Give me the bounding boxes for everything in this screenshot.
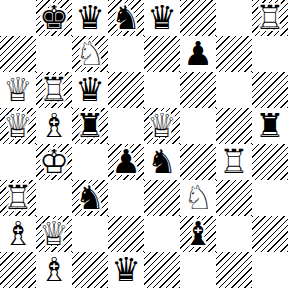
piece-outline-layer: ♖ — [216, 144, 252, 180]
piece-outline-layer: ♛ — [144, 0, 180, 36]
square-b7[interactable] — [36, 36, 72, 72]
square-a2[interactable]: ♝♗ — [0, 216, 36, 252]
piece-white-king[interactable]: ♚♔ — [36, 144, 72, 180]
square-a4[interactable] — [0, 144, 36, 180]
piece-outline-layer: ♞ — [108, 0, 144, 36]
square-d1[interactable]: ♛♛ — [108, 252, 144, 288]
square-h1[interactable] — [252, 252, 288, 288]
piece-black-queen[interactable]: ♛♛ — [108, 252, 144, 288]
square-d5[interactable] — [108, 108, 144, 144]
square-e1[interactable] — [144, 252, 180, 288]
piece-black-queen[interactable]: ♛♛ — [72, 0, 108, 36]
piece-white-rook[interactable]: ♜♖ — [36, 72, 72, 108]
square-b1[interactable]: ♝♗ — [36, 252, 72, 288]
piece-black-knight[interactable]: ♞♞ — [108, 0, 144, 36]
square-a6[interactable]: ♛♕ — [0, 72, 36, 108]
piece-white-rook[interactable]: ♜♖ — [252, 0, 288, 36]
square-c8[interactable]: ♛♛ — [72, 0, 108, 36]
square-a5[interactable]: ♛♕ — [0, 108, 36, 144]
square-d2[interactable] — [108, 216, 144, 252]
square-g5[interactable] — [216, 108, 252, 144]
square-f3[interactable]: ♞♘ — [180, 180, 216, 216]
piece-outline-layer: ♛ — [108, 252, 144, 288]
piece-outline-layer: ♗ — [36, 108, 72, 144]
square-g3[interactable] — [216, 180, 252, 216]
square-a8[interactable] — [0, 0, 36, 36]
piece-outline-layer: ♘ — [180, 180, 216, 216]
square-g4[interactable]: ♜♖ — [216, 144, 252, 180]
piece-outline-layer: ♜ — [72, 108, 108, 144]
square-f5[interactable] — [180, 108, 216, 144]
square-e8[interactable]: ♛♛ — [144, 0, 180, 36]
piece-white-knight[interactable]: ♞♘ — [72, 36, 108, 72]
square-g2[interactable] — [216, 216, 252, 252]
square-h2[interactable] — [252, 216, 288, 252]
piece-black-king[interactable]: ♚♚ — [36, 0, 72, 36]
square-b3[interactable] — [36, 180, 72, 216]
piece-outline-layer: ♗ — [36, 252, 72, 288]
piece-white-bishop[interactable]: ♝♗ — [0, 216, 36, 252]
piece-black-queen[interactable]: ♛♛ — [144, 0, 180, 36]
square-h8[interactable]: ♜♖ — [252, 0, 288, 36]
square-g1[interactable] — [216, 252, 252, 288]
square-b4[interactable]: ♚♔ — [36, 144, 72, 180]
square-f2[interactable]: ♝♝ — [180, 216, 216, 252]
piece-outline-layer: ♕ — [0, 72, 36, 108]
piece-outline-layer: ♖ — [36, 72, 72, 108]
piece-outline-layer: ♚ — [36, 0, 72, 36]
piece-white-queen[interactable]: ♛♕ — [0, 72, 36, 108]
chess-board: ♚♚♛♛♞♞♛♛♜♖♞♘♟♟♛♕♜♖♛♛♛♕♝♗♜♜♛♕♜♜♚♔♟♟♞♞♜♖♜♖… — [0, 0, 288, 288]
piece-black-pawn[interactable]: ♟♟ — [108, 144, 144, 180]
square-g8[interactable] — [216, 0, 252, 36]
piece-white-bishop[interactable]: ♝♗ — [36, 108, 72, 144]
square-b2[interactable]: ♛♕ — [36, 216, 72, 252]
piece-outline-layer: ♛ — [72, 0, 108, 36]
piece-outline-layer: ♕ — [0, 108, 36, 144]
square-h4[interactable] — [252, 144, 288, 180]
square-g6[interactable] — [216, 72, 252, 108]
piece-outline-layer: ♞ — [72, 180, 108, 216]
square-e3[interactable] — [144, 180, 180, 216]
piece-outline-layer: ♗ — [0, 216, 36, 252]
piece-outline-layer: ♞ — [144, 144, 180, 180]
square-a7[interactable] — [0, 36, 36, 72]
piece-outline-layer: ♔ — [36, 144, 72, 180]
piece-outline-layer: ♝ — [180, 216, 216, 252]
square-a3[interactable]: ♜♖ — [0, 180, 36, 216]
square-d3[interactable] — [108, 180, 144, 216]
piece-outline-layer: ♟ — [180, 36, 216, 72]
piece-white-rook[interactable]: ♜♖ — [0, 180, 36, 216]
piece-black-bishop[interactable]: ♝♝ — [180, 216, 216, 252]
square-h5[interactable]: ♜♜ — [252, 108, 288, 144]
piece-outline-layer: ♕ — [36, 216, 72, 252]
square-f4[interactable] — [180, 144, 216, 180]
square-d7[interactable] — [108, 36, 144, 72]
square-c7[interactable]: ♞♘ — [72, 36, 108, 72]
piece-white-queen[interactable]: ♛♕ — [144, 108, 180, 144]
piece-white-bishop[interactable]: ♝♗ — [36, 252, 72, 288]
piece-outline-layer: ♖ — [252, 0, 288, 36]
piece-outline-layer: ♖ — [0, 180, 36, 216]
piece-black-rook[interactable]: ♜♜ — [72, 108, 108, 144]
piece-black-knight[interactable]: ♞♞ — [72, 180, 108, 216]
square-c4[interactable] — [72, 144, 108, 180]
square-f6[interactable] — [180, 72, 216, 108]
square-d6[interactable] — [108, 72, 144, 108]
piece-white-rook[interactable]: ♜♖ — [216, 144, 252, 180]
square-e4[interactable]: ♞♞ — [144, 144, 180, 180]
square-f8[interactable] — [180, 0, 216, 36]
piece-black-knight[interactable]: ♞♞ — [144, 144, 180, 180]
piece-outline-layer: ♘ — [72, 36, 108, 72]
piece-outline-layer: ♛ — [72, 72, 108, 108]
piece-white-queen[interactable]: ♛♕ — [36, 216, 72, 252]
square-b6[interactable]: ♜♖ — [36, 72, 72, 108]
square-e5[interactable]: ♛♕ — [144, 108, 180, 144]
piece-black-rook[interactable]: ♜♜ — [252, 108, 288, 144]
square-e2[interactable] — [144, 216, 180, 252]
square-c5[interactable]: ♜♜ — [72, 108, 108, 144]
square-g7[interactable] — [216, 36, 252, 72]
square-c2[interactable] — [72, 216, 108, 252]
piece-black-queen[interactable]: ♛♛ — [72, 72, 108, 108]
square-b8[interactable]: ♚♚ — [36, 0, 72, 36]
square-d4[interactable]: ♟♟ — [108, 144, 144, 180]
piece-outline-layer: ♕ — [144, 108, 180, 144]
square-f1[interactable] — [180, 252, 216, 288]
square-f7[interactable]: ♟♟ — [180, 36, 216, 72]
square-c3[interactable]: ♞♞ — [72, 180, 108, 216]
piece-black-pawn[interactable]: ♟♟ — [180, 36, 216, 72]
square-a1[interactable] — [0, 252, 36, 288]
square-h6[interactable] — [252, 72, 288, 108]
piece-white-knight[interactable]: ♞♘ — [180, 180, 216, 216]
square-d8[interactable]: ♞♞ — [108, 0, 144, 36]
square-c6[interactable]: ♛♛ — [72, 72, 108, 108]
square-c1[interactable] — [72, 252, 108, 288]
piece-outline-layer: ♟ — [108, 144, 144, 180]
piece-white-queen[interactable]: ♛♕ — [0, 108, 36, 144]
piece-outline-layer: ♜ — [252, 108, 288, 144]
square-e6[interactable] — [144, 72, 180, 108]
square-b5[interactable]: ♝♗ — [36, 108, 72, 144]
square-h7[interactable] — [252, 36, 288, 72]
square-h3[interactable] — [252, 180, 288, 216]
square-e7[interactable] — [144, 36, 180, 72]
